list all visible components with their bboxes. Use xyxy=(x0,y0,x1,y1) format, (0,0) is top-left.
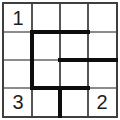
clue-number: 1 xyxy=(12,8,23,28)
grid-cell[interactable]: 3 xyxy=(4,88,32,116)
grid-cell[interactable]: 1 xyxy=(4,4,32,32)
grid-cell[interactable] xyxy=(4,60,32,88)
grid-cell[interactable] xyxy=(60,32,88,60)
grid-cell[interactable] xyxy=(60,60,88,88)
slitherlink-board[interactable]: 132 xyxy=(2,2,118,118)
clue-number: 2 xyxy=(96,92,107,112)
grid-cell[interactable]: 2 xyxy=(88,88,116,116)
grid-cell[interactable] xyxy=(32,88,60,116)
puzzle-canvas: 132 xyxy=(0,0,120,120)
grid-cell[interactable] xyxy=(4,32,32,60)
grid-cell[interactable] xyxy=(32,60,60,88)
drawn-line-segment[interactable] xyxy=(58,58,118,62)
grid-cell[interactable] xyxy=(88,4,116,32)
grid-cell[interactable] xyxy=(88,60,116,88)
clue-number: 3 xyxy=(12,92,23,112)
drawn-line-segment[interactable] xyxy=(58,86,62,118)
grid-cell[interactable] xyxy=(32,4,60,32)
grid-cell[interactable] xyxy=(60,4,88,32)
grid-cell[interactable] xyxy=(88,32,116,60)
grid-cell[interactable] xyxy=(32,32,60,60)
drawn-line-segment[interactable] xyxy=(30,30,34,90)
grid-cell[interactable] xyxy=(60,88,88,116)
drawn-line-segment[interactable] xyxy=(30,30,90,34)
